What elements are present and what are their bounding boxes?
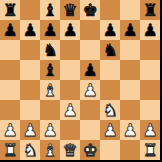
square-h1[interactable]: ♜ (140, 140, 160, 160)
square-a8[interactable]: ♜ (0, 0, 20, 20)
white-pawn[interactable]: ♟ (102, 121, 117, 138)
black-pawn[interactable]: ♟ (2, 21, 17, 38)
black-rook[interactable]: ♜ (2, 1, 17, 18)
square-a2[interactable]: ♟ (0, 120, 20, 140)
square-a3[interactable] (0, 100, 20, 120)
square-d7[interactable]: ♟ (60, 20, 80, 40)
black-knight[interactable]: ♞ (102, 41, 117, 58)
square-d1[interactable]: ♛ (60, 140, 80, 160)
square-b3[interactable] (20, 100, 40, 120)
square-h3[interactable] (140, 100, 160, 120)
square-e4[interactable]: ♟ (80, 80, 100, 100)
chess-board: ♜♝♛♚♜♟♟♟♟♟♟♟♞♞♝♟♝♟♟♞♟♟♟♟♟♟♜♞♝♛♚♜ (0, 0, 162, 162)
white-pawn[interactable]: ♟ (42, 121, 57, 138)
square-b6[interactable] (20, 40, 40, 60)
square-d6[interactable] (60, 40, 80, 60)
white-rook[interactable]: ♜ (142, 141, 157, 158)
black-pawn[interactable]: ♟ (42, 21, 57, 38)
square-d8[interactable]: ♛ (60, 0, 80, 20)
square-f2[interactable]: ♟ (100, 120, 120, 140)
square-a6[interactable] (0, 40, 20, 60)
square-e7[interactable] (80, 20, 100, 40)
white-bishop[interactable]: ♝ (42, 141, 57, 158)
white-knight[interactable]: ♞ (102, 101, 117, 118)
square-c7[interactable]: ♟ (40, 20, 60, 40)
black-pawn[interactable]: ♟ (82, 61, 97, 78)
square-d5[interactable] (60, 60, 80, 80)
black-pawn[interactable]: ♟ (122, 21, 137, 38)
square-h4[interactable] (140, 80, 160, 100)
square-a5[interactable] (0, 60, 20, 80)
white-pawn[interactable]: ♟ (142, 121, 157, 138)
square-f8[interactable] (100, 0, 120, 20)
black-bishop[interactable]: ♝ (42, 61, 57, 78)
square-d2[interactable] (60, 120, 80, 140)
square-b7[interactable]: ♟ (20, 20, 40, 40)
white-knight[interactable]: ♞ (22, 141, 37, 158)
black-pawn[interactable]: ♟ (62, 21, 77, 38)
square-e3[interactable] (80, 100, 100, 120)
square-f6[interactable]: ♞ (100, 40, 120, 60)
white-king[interactable]: ♚ (82, 141, 97, 158)
square-h2[interactable]: ♟ (140, 120, 160, 140)
white-rook[interactable]: ♜ (2, 141, 17, 158)
black-knight[interactable]: ♞ (42, 41, 57, 58)
square-a7[interactable]: ♟ (0, 20, 20, 40)
square-b8[interactable] (20, 0, 40, 20)
white-pawn[interactable]: ♟ (82, 81, 97, 98)
square-h5[interactable] (140, 60, 160, 80)
square-e8[interactable]: ♚ (80, 0, 100, 20)
black-bishop[interactable]: ♝ (42, 1, 57, 18)
square-g3[interactable] (120, 100, 140, 120)
square-h8[interactable]: ♜ (140, 0, 160, 20)
square-e2[interactable] (80, 120, 100, 140)
black-king[interactable]: ♚ (82, 1, 97, 18)
square-b2[interactable]: ♟ (20, 120, 40, 140)
square-a4[interactable] (0, 80, 20, 100)
square-g6[interactable] (120, 40, 140, 60)
square-e6[interactable] (80, 40, 100, 60)
square-c4[interactable]: ♝ (40, 80, 60, 100)
square-f1[interactable] (100, 140, 120, 160)
black-rook[interactable]: ♜ (142, 1, 157, 18)
white-bishop[interactable]: ♝ (42, 81, 57, 98)
square-g5[interactable] (120, 60, 140, 80)
square-g4[interactable] (120, 80, 140, 100)
square-c8[interactable]: ♝ (40, 0, 60, 20)
square-g8[interactable] (120, 0, 140, 20)
square-b5[interactable] (20, 60, 40, 80)
square-c3[interactable] (40, 100, 60, 120)
square-d3[interactable]: ♟ (60, 100, 80, 120)
black-pawn[interactable]: ♟ (22, 21, 37, 38)
square-e1[interactable]: ♚ (80, 140, 100, 160)
black-queen[interactable]: ♛ (62, 1, 77, 18)
white-queen[interactable]: ♛ (62, 141, 77, 158)
square-c5[interactable]: ♝ (40, 60, 60, 80)
square-f3[interactable]: ♞ (100, 100, 120, 120)
square-h6[interactable] (140, 40, 160, 60)
square-c1[interactable]: ♝ (40, 140, 60, 160)
square-e5[interactable]: ♟ (80, 60, 100, 80)
square-a1[interactable]: ♜ (0, 140, 20, 160)
white-pawn[interactable]: ♟ (62, 101, 77, 118)
square-f7[interactable]: ♟ (100, 20, 120, 40)
square-g1[interactable] (120, 140, 140, 160)
square-b4[interactable] (20, 80, 40, 100)
square-d4[interactable] (60, 80, 80, 100)
square-c6[interactable]: ♞ (40, 40, 60, 60)
square-g7[interactable]: ♟ (120, 20, 140, 40)
square-h7[interactable]: ♟ (140, 20, 160, 40)
black-pawn[interactable]: ♟ (142, 21, 157, 38)
square-f5[interactable] (100, 60, 120, 80)
square-f4[interactable] (100, 80, 120, 100)
black-pawn[interactable]: ♟ (102, 21, 117, 38)
white-pawn[interactable]: ♟ (22, 121, 37, 138)
square-g2[interactable]: ♟ (120, 120, 140, 140)
square-b1[interactable]: ♞ (20, 140, 40, 160)
white-pawn[interactable]: ♟ (2, 121, 17, 138)
square-c2[interactable]: ♟ (40, 120, 60, 140)
white-pawn[interactable]: ♟ (122, 121, 137, 138)
